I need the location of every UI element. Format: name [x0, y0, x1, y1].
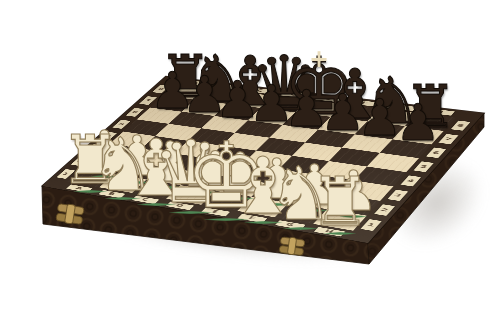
chess-set-photo: ABCDEFGH8877665544332211ABCDEFGH ♜♞♝♛♚♝♞… [0, 0, 500, 333]
rank-label-3: 3 [387, 190, 408, 201]
rank-label-5: 5 [413, 161, 433, 172]
piece-black-pawn: ♟ [395, 98, 440, 148]
piece-white-rook: ♜ [310, 169, 370, 236]
rank-label-4: 4 [401, 175, 421, 186]
